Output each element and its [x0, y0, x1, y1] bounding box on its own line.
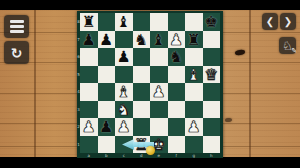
square-e4[interactable]: ♟: [150, 83, 168, 101]
square-g6[interactable]: [185, 48, 203, 66]
undo-rotate-button[interactable]: ↻: [4, 41, 29, 64]
board-frame: ♜♝♚♟♟♞♝♟♜♟♞♝♛♝♟♞♟♟♟♟♜♚ abcdefgh 87654321: [77, 11, 223, 158]
square-a8[interactable]: ♜: [80, 13, 98, 31]
square-h6[interactable]: [203, 48, 221, 66]
square-e2[interactable]: [150, 118, 168, 136]
square-e7[interactable]: ♝: [150, 31, 168, 49]
square-b2[interactable]: ♟: [98, 118, 116, 136]
square-d2[interactable]: [133, 118, 151, 136]
wood-plank-seam: [34, 10, 36, 157]
square-c4[interactable]: ♝: [115, 83, 133, 101]
square-b4[interactable]: [98, 83, 116, 101]
piece-white-pawn[interactable]: ♟: [150, 83, 168, 101]
file-label-h: h: [203, 153, 221, 158]
hint-button[interactable]: ♘ ✎: [279, 37, 296, 54]
chevron-left-icon: ❮: [266, 16, 274, 27]
square-a3[interactable]: [80, 101, 98, 119]
square-g7[interactable]: ♜: [185, 31, 203, 49]
square-e5[interactable]: [150, 66, 168, 84]
piece-white-pawn[interactable]: ♟: [185, 118, 203, 136]
menu-button[interactable]: [4, 15, 29, 38]
square-h8[interactable]: ♚: [203, 13, 221, 31]
square-g5[interactable]: ♝: [185, 66, 203, 84]
wood-plank-seam: [249, 10, 251, 157]
piece-white-bishop[interactable]: ♝: [115, 83, 133, 101]
square-f5[interactable]: [168, 66, 186, 84]
chess-board[interactable]: ♜♝♚♟♟♞♝♟♜♟♞♝♛♝♟♞♟♟♟♟♜♚: [80, 13, 220, 153]
forward-button[interactable]: ❯: [280, 13, 296, 30]
piece-black-knight[interactable]: ♞: [133, 31, 151, 49]
piece-black-pawn[interactable]: ♟: [98, 31, 116, 49]
square-f1[interactable]: [168, 136, 186, 154]
square-g4[interactable]: [185, 83, 203, 101]
rank-label-4: 4: [77, 83, 80, 101]
move-marker-dot: [146, 146, 155, 155]
square-f2[interactable]: [168, 118, 186, 136]
back-button[interactable]: ❮: [262, 13, 278, 30]
rotate-icon: ↻: [11, 45, 23, 61]
wood-knot: [225, 118, 232, 123]
piece-white-knight[interactable]: ♞: [115, 101, 133, 119]
square-b5[interactable]: [98, 66, 116, 84]
pencil-icon: ✎: [291, 47, 297, 55]
square-c8[interactable]: ♝: [115, 13, 133, 31]
piece-black-bishop[interactable]: ♝: [150, 31, 168, 49]
square-b1[interactable]: [98, 136, 116, 154]
square-a2[interactable]: ♟: [80, 118, 98, 136]
hamburger-icon: [10, 25, 24, 28]
file-label-b: b: [98, 153, 116, 158]
file-label-g: g: [185, 153, 203, 158]
piece-black-pawn[interactable]: ♟: [80, 31, 98, 49]
square-h2[interactable]: [203, 118, 221, 136]
piece-black-pawn[interactable]: ♟: [115, 48, 133, 66]
piece-white-pawn[interactable]: ♟: [168, 31, 186, 49]
square-f7[interactable]: ♟: [168, 31, 186, 49]
square-c6[interactable]: ♟: [115, 48, 133, 66]
square-a6[interactable]: [80, 48, 98, 66]
square-h1[interactable]: [203, 136, 221, 154]
file-label-c: c: [115, 153, 133, 158]
square-d7[interactable]: ♞: [133, 31, 151, 49]
square-g8[interactable]: [185, 13, 203, 31]
piece-black-pawn[interactable]: ♟: [98, 118, 116, 136]
piece-black-king[interactable]: ♚: [203, 13, 221, 31]
square-f8[interactable]: [168, 13, 186, 31]
square-f3[interactable]: [168, 101, 186, 119]
square-h3[interactable]: [203, 101, 221, 119]
file-label-f: f: [168, 153, 186, 158]
square-b6[interactable]: [98, 48, 116, 66]
square-d5[interactable]: [133, 66, 151, 84]
square-d3[interactable]: [133, 101, 151, 119]
square-e8[interactable]: [150, 13, 168, 31]
rank-label-1: 1: [77, 136, 80, 154]
hamburger-icon: [10, 20, 24, 23]
square-c5[interactable]: [115, 66, 133, 84]
square-a1[interactable]: [80, 136, 98, 154]
rank-label-6: 6: [77, 48, 80, 66]
square-a7[interactable]: ♟: [80, 31, 98, 49]
square-a4[interactable]: [80, 83, 98, 101]
square-g3[interactable]: [185, 101, 203, 119]
square-h5[interactable]: ♛: [203, 66, 221, 84]
chevron-right-icon: ❯: [284, 16, 292, 27]
app-screen: ♜♝♚♟♟♞♝♟♜♟♞♝♛♝♟♞♟♟♟♟♜♚ abcdefgh 87654321…: [0, 0, 300, 168]
top-letterbox-bar: [0, 0, 300, 10]
square-h4[interactable]: [203, 83, 221, 101]
piece-black-rook[interactable]: ♜: [185, 31, 203, 49]
piece-white-bishop[interactable]: ♝: [185, 66, 203, 84]
piece-white-queen[interactable]: ♛: [203, 66, 221, 84]
square-b8[interactable]: [98, 13, 116, 31]
square-b7[interactable]: ♟: [98, 31, 116, 49]
square-g1[interactable]: [185, 136, 203, 154]
rank-label-3: 3: [77, 101, 80, 119]
square-g2[interactable]: ♟: [185, 118, 203, 136]
square-f4[interactable]: [168, 83, 186, 101]
square-h7[interactable]: [203, 31, 221, 49]
piece-black-rook[interactable]: ♜: [80, 13, 98, 31]
square-b3[interactable]: [98, 101, 116, 119]
piece-white-pawn[interactable]: ♟: [115, 118, 133, 136]
square-a5[interactable]: [80, 66, 98, 84]
square-e3[interactable]: [150, 101, 168, 119]
square-c3[interactable]: ♞: [115, 101, 133, 119]
square-c7[interactable]: [115, 31, 133, 49]
square-d8[interactable]: [133, 13, 151, 31]
piece-white-pawn[interactable]: ♟: [80, 118, 98, 136]
square-d4[interactable]: [133, 83, 151, 101]
rank-label-5: 5: [77, 66, 80, 84]
square-c2[interactable]: ♟: [115, 118, 133, 136]
piece-black-knight[interactable]: ♞: [168, 48, 186, 66]
square-e6[interactable]: [150, 48, 168, 66]
wood-knot: [235, 49, 246, 55]
hamburger-icon: [10, 30, 24, 33]
file-label-a: a: [80, 153, 98, 158]
square-d6[interactable]: [133, 48, 151, 66]
square-f6[interactable]: ♞: [168, 48, 186, 66]
bottom-letterbox-bar: [0, 157, 300, 168]
piece-black-bishop[interactable]: ♝: [115, 13, 133, 31]
